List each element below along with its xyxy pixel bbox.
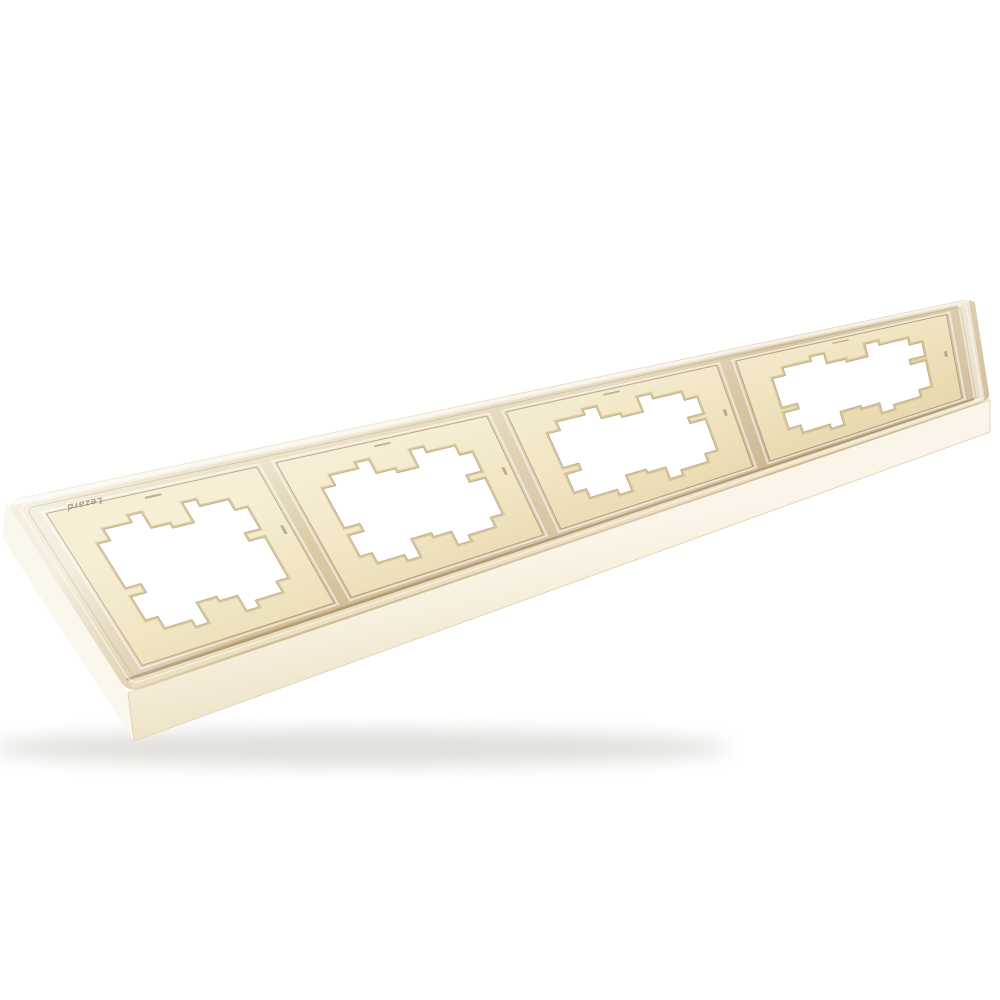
drop-shadow <box>0 730 730 766</box>
frame-top-face: LezardLezard <box>10 300 989 690</box>
wall-frame-photo: LezardLezard <box>0 0 1000 1000</box>
shadow-ellipse <box>0 730 730 766</box>
product-photo-canvas: LezardLezard <box>0 0 1000 1000</box>
